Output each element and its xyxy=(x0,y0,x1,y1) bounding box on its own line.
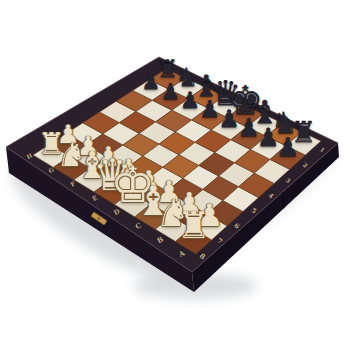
chess-board: ABCDEFGH87654321 xyxy=(0,0,350,350)
chess-set-photo: ABCDEFGH87654321 ♜♞♝♛♚♝♞♜♟♟♟♟♟♟♟♟♟♟♟♟♟♟♟… xyxy=(0,0,350,350)
